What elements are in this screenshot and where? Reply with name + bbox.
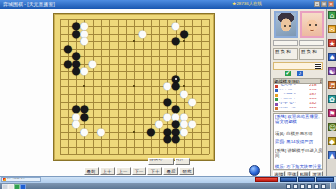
tray-icon[interactable] <box>321 184 326 189</box>
save-kifu-button[interactable]: 保存棋谱 <box>148 158 174 165</box>
viewer-row[interactable]: 东邪 6段120 <box>274 107 322 112</box>
tray-icon[interactable] <box>293 184 298 189</box>
panel-mini-toolbar: ✔♪ <box>285 71 315 77</box>
white-stone: ● <box>80 128 89 137</box>
side-tool-icon[interactable]: ✿ <box>328 95 336 103</box>
black-player-stats: 胜 负 和 355 210 5 <box>299 48 324 60</box>
side-tool-icon[interactable]: ☯ <box>328 67 336 75</box>
side-icon-strip: ⌂✉★♠☯♬✿⚑☺◆▲ <box>326 9 336 176</box>
side-tool-icon[interactable]: ⌂ <box>328 11 336 19</box>
black-stone: ● <box>180 30 189 39</box>
replay-button[interactable]: 研究 <box>179 167 194 175</box>
side-tool-icon[interactable]: ♠ <box>328 53 336 61</box>
replay-button[interactable]: 最后 <box>163 167 178 175</box>
black-player-name: ●天天(九段) <box>299 40 324 46</box>
side-tool-icon[interactable]: ♬ <box>328 81 336 89</box>
online-count: ★28736人在线 <box>232 1 262 7</box>
white-player-stats: 胜 负 和 241 130 2 <box>273 48 298 60</box>
white-stone: ● <box>97 128 106 137</box>
replay-button[interactable]: 下一 <box>132 167 147 175</box>
lobby-button[interactable]: 大厅 <box>298 177 315 182</box>
side-tool-icon[interactable]: ☺ <box>328 123 336 131</box>
info-panel: ○丽娜(五段) ●天天(九段) 胜 负 和 241 130 2 胜 负 和 35… <box>270 9 326 176</box>
tray-icon[interactable] <box>307 184 312 189</box>
side-tool-icon[interactable]: ★ <box>328 39 336 47</box>
chat-message: 棋乐: 右下角大块要注意 <box>275 165 321 170</box>
black-stone: ● <box>146 128 155 137</box>
white-stone: ● <box>80 67 89 76</box>
game-canvas: ●●●●●●●●●●●●●●●●●●●●●●●●●●●●●●●●●●●●●●●●… <box>0 9 271 176</box>
quick-launch-icon[interactable] <box>20 184 26 189</box>
app-taskbar-tab[interactable]: 弈城围棋 <box>1 177 41 182</box>
replay-controls: 最前上十上一下一下十最后研究 <box>84 167 194 175</box>
white-stone: ● <box>138 30 147 39</box>
window-title: 弈城围棋 - [天元直播室] <box>3 1 55 8</box>
white-stone: ● <box>188 120 197 129</box>
go-board[interactable]: ●●●●●●●●●●●●●●●●●●●●●●●●●●●●●●●●●●●●●●●●… <box>53 13 215 161</box>
replay-button[interactable]: 下十 <box>147 167 162 175</box>
chat-message: [系统] 欢迎光临直播室,请文明观棋 <box>275 115 321 132</box>
kifu-button[interactable]: 棋谱 <box>280 177 297 182</box>
side-tool-icon[interactable]: ⚑ <box>328 109 336 117</box>
white-stone: ● <box>88 60 97 69</box>
tray-icon[interactable] <box>300 184 305 189</box>
black-player-avatar[interactable] <box>300 11 324 38</box>
last-move-marker <box>175 78 177 80</box>
white-player-avatar[interactable] <box>274 11 298 38</box>
move-number-dots: · · · · · <box>84 160 144 166</box>
replay-button[interactable]: 上十 <box>100 167 115 175</box>
app-tab-icon <box>3 178 6 181</box>
live-broadcast-button[interactable]: 正在直播 <box>255 177 278 182</box>
black-stone: ● <box>171 135 180 144</box>
leave-button[interactable]: 离开 <box>175 158 190 165</box>
connection-sphere-icon <box>249 165 260 176</box>
white-stone: ● <box>180 128 189 137</box>
tray-icon[interactable] <box>314 184 319 189</box>
chat-message: 弈痴: 黑14攻得严厉 <box>275 140 321 148</box>
panel-mini-icon[interactable]: ♪ <box>297 71 303 76</box>
chat-message: [系统] 讲解棋手已进入房间 <box>275 149 321 166</box>
replay-button[interactable]: 上一 <box>116 167 131 175</box>
os-taskbar[interactable] <box>0 183 336 189</box>
black-stone: ● <box>80 113 89 122</box>
close-button[interactable]: × <box>328 1 334 7</box>
side-tool-icon[interactable]: ✉ <box>328 25 336 33</box>
system-tray <box>286 184 326 189</box>
black-stone: ● <box>171 37 180 46</box>
panel-mini-icon[interactable]: ✔ <box>285 71 291 76</box>
chat-pane[interactable]: [系统] 欢迎光临直播室,请文明观棋清风: 白棋开局不错弈痴: 黑14攻得严厉[… <box>273 113 323 170</box>
white-stone: ● <box>188 98 197 107</box>
app-window: 弈城围棋 - [天元直播室] ★28736人在线 - □ × ●●●●●●●●●… <box>0 0 336 189</box>
maximize-button[interactable]: □ <box>321 1 327 7</box>
side-tool-icon[interactable]: ▲ <box>328 151 336 159</box>
tray-icon[interactable] <box>286 184 291 189</box>
viewer-list[interactable]: 飞天猪 9段218棋中仙 8段196一刀流 9段187常胜将军 7段165小李飞… <box>273 84 323 112</box>
exit-button[interactable]: 退出 <box>316 177 334 182</box>
minimize-button[interactable]: - <box>314 1 320 7</box>
replay-button[interactable]: 最前 <box>84 167 99 175</box>
side-tool-icon[interactable]: ◆ <box>328 137 336 145</box>
white-player-name: ○丽娜(五段) <box>273 40 298 46</box>
title-bar: 弈城围棋 - [天元直播室] ★28736人在线 - □ × <box>0 0 336 9</box>
white-stone: ● <box>80 37 89 46</box>
qr-icon <box>315 63 321 69</box>
show-desktop-button[interactable] <box>330 183 335 189</box>
